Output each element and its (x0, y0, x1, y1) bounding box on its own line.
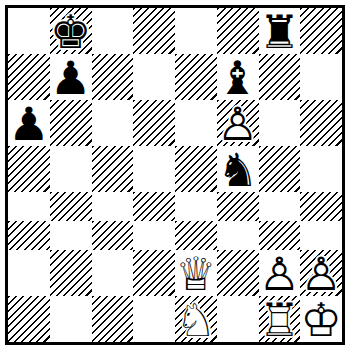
square-h3[interactable] (300, 221, 342, 250)
square-c7[interactable] (92, 54, 134, 100)
piece-white-queen[interactable]: ♕ (175, 251, 216, 297)
square-c8[interactable] (92, 8, 134, 54)
square-b8[interactable]: ♚ (50, 8, 92, 54)
square-b5[interactable] (50, 146, 92, 192)
square-d6[interactable] (133, 100, 175, 146)
square-d8[interactable] (133, 8, 175, 54)
square-h8[interactable] (300, 8, 342, 54)
piece-black-pawn[interactable]: ♟ (50, 55, 91, 101)
piece-white-pawn[interactable]: ♙ (217, 101, 258, 147)
square-c1[interactable] (92, 296, 134, 342)
square-d4[interactable] (133, 192, 175, 221)
square-e5[interactable] (175, 146, 217, 192)
piece-white-pawn[interactable]: ♙ (259, 251, 300, 297)
square-g4[interactable] (259, 192, 301, 221)
square-e8[interactable] (175, 8, 217, 54)
square-g3[interactable] (259, 221, 301, 250)
piece-white-rook[interactable]: ♖ (259, 297, 300, 343)
piece-black-king[interactable]: ♚ (50, 9, 91, 55)
square-d2[interactable] (133, 250, 175, 296)
piece-black-pawn[interactable]: ♟ (8, 101, 49, 147)
square-g8[interactable]: ♜ (259, 8, 301, 54)
square-h2[interactable]: ♙ (300, 250, 342, 296)
square-e3[interactable] (175, 221, 217, 250)
square-c6[interactable] (92, 100, 134, 146)
square-g1[interactable]: ♖ (259, 296, 301, 342)
square-f1[interactable] (217, 296, 259, 342)
square-a1[interactable] (8, 296, 50, 342)
chess-diagram: ♚♜♟♝♟♙♞♕♙♙♘♖♔ (0, 0, 350, 350)
square-a2[interactable] (8, 250, 50, 296)
board-frame: ♚♜♟♝♟♙♞♕♙♙♘♖♔ (5, 5, 345, 345)
square-f7[interactable]: ♝ (217, 54, 259, 100)
square-b6[interactable] (50, 100, 92, 146)
square-h7[interactable] (300, 54, 342, 100)
square-g6[interactable] (259, 100, 301, 146)
square-c5[interactable] (92, 146, 134, 192)
square-f8[interactable] (217, 8, 259, 54)
piece-white-knight[interactable]: ♘ (175, 297, 216, 343)
square-a3[interactable] (8, 221, 50, 250)
square-g7[interactable] (259, 54, 301, 100)
square-a4[interactable] (8, 192, 50, 221)
square-d7[interactable] (133, 54, 175, 100)
square-a8[interactable] (8, 8, 50, 54)
square-d3[interactable] (133, 221, 175, 250)
square-g2[interactable]: ♙ (259, 250, 301, 296)
square-f5[interactable]: ♞ (217, 146, 259, 192)
square-h6[interactable] (300, 100, 342, 146)
square-h4[interactable] (300, 192, 342, 221)
chess-board: ♚♜♟♝♟♙♞♕♙♙♘♖♔ (8, 8, 342, 342)
piece-black-knight[interactable]: ♞ (217, 147, 258, 193)
piece-white-king[interactable]: ♔ (301, 297, 342, 343)
square-h1[interactable]: ♔ (300, 296, 342, 342)
square-c3[interactable] (92, 221, 134, 250)
square-f3[interactable] (217, 221, 259, 250)
square-g5[interactable] (259, 146, 301, 192)
square-e4[interactable] (175, 192, 217, 221)
square-e2[interactable]: ♕ (175, 250, 217, 296)
piece-white-pawn[interactable]: ♙ (301, 251, 342, 297)
square-c2[interactable] (92, 250, 134, 296)
square-f6[interactable]: ♙ (217, 100, 259, 146)
square-b3[interactable] (50, 221, 92, 250)
square-e7[interactable] (175, 54, 217, 100)
piece-black-rook[interactable]: ♜ (259, 9, 300, 55)
square-d5[interactable] (133, 146, 175, 192)
square-c4[interactable] (92, 192, 134, 221)
square-e1[interactable]: ♘ (175, 296, 217, 342)
square-a7[interactable] (8, 54, 50, 100)
square-h5[interactable] (300, 146, 342, 192)
square-d1[interactable] (133, 296, 175, 342)
square-b1[interactable] (50, 296, 92, 342)
square-a6[interactable]: ♟ (8, 100, 50, 146)
square-b2[interactable] (50, 250, 92, 296)
square-b7[interactable]: ♟ (50, 54, 92, 100)
square-a5[interactable] (8, 146, 50, 192)
piece-black-bishop[interactable]: ♝ (217, 55, 258, 101)
square-f2[interactable] (217, 250, 259, 296)
square-e6[interactable] (175, 100, 217, 146)
square-b4[interactable] (50, 192, 92, 221)
